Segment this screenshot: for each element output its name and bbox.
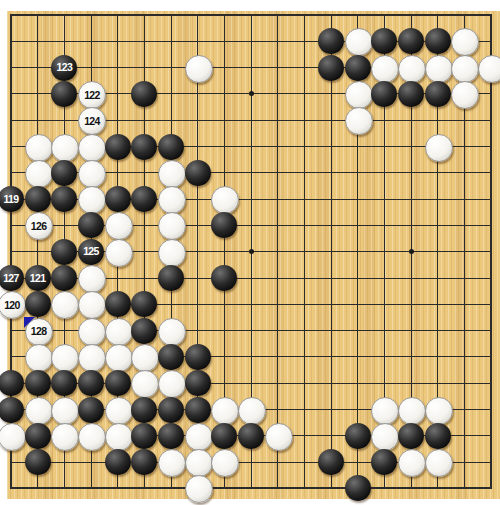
white-stone[interactable] (478, 55, 500, 83)
white-stone[interactable] (25, 160, 53, 188)
black-stone[interactable] (78, 370, 104, 396)
white-stone[interactable] (25, 397, 53, 425)
black-stone[interactable] (51, 239, 77, 265)
black-stone[interactable]: 121 (25, 265, 51, 291)
white-stone[interactable] (25, 134, 53, 162)
white-stone[interactable] (78, 160, 106, 188)
black-stone[interactable] (185, 397, 211, 423)
white-stone[interactable] (425, 55, 453, 83)
white-stone[interactable] (78, 318, 106, 346)
move-number-label: 119 (3, 194, 18, 205)
move-number-label: 120 (4, 300, 20, 311)
white-stone[interactable] (78, 344, 106, 372)
black-stone[interactable] (131, 134, 157, 160)
white-stone[interactable] (78, 134, 106, 162)
white-stone[interactable] (105, 239, 133, 267)
black-stone[interactable] (185, 344, 211, 370)
black-stone[interactable] (51, 160, 77, 186)
move-number-label: 125 (83, 246, 99, 257)
white-stone[interactable] (425, 397, 453, 425)
go-diagram-page: 123122124119126125127121120128 (0, 0, 500, 505)
white-stone[interactable] (158, 239, 186, 267)
black-stone[interactable] (425, 81, 451, 107)
white-stone[interactable] (425, 134, 453, 162)
black-stone[interactable] (318, 449, 344, 475)
black-stone[interactable] (211, 423, 237, 449)
black-stone[interactable] (158, 344, 184, 370)
white-stone[interactable] (398, 397, 426, 425)
white-stone[interactable] (78, 265, 106, 293)
white-stone[interactable] (158, 370, 186, 398)
black-stone[interactable] (25, 291, 51, 317)
white-stone[interactable] (371, 423, 399, 451)
star-point (249, 249, 254, 254)
black-stone[interactable] (25, 423, 51, 449)
last-move-triangle-marker (24, 317, 35, 328)
star-point (249, 91, 254, 96)
white-stone[interactable]: 126 (25, 212, 53, 240)
black-stone[interactable] (345, 475, 371, 501)
white-stone[interactable] (105, 423, 133, 451)
black-stone[interactable] (185, 160, 211, 186)
white-stone[interactable] (345, 28, 373, 56)
black-stone[interactable] (131, 423, 157, 449)
white-stone[interactable] (451, 55, 479, 83)
move-number-label: 124 (84, 116, 100, 127)
white-stone[interactable] (185, 423, 213, 451)
black-stone[interactable] (105, 449, 131, 475)
white-stone[interactable] (158, 160, 186, 188)
white-stone[interactable] (105, 397, 133, 425)
black-stone[interactable] (78, 397, 104, 423)
white-stone[interactable] (105, 212, 133, 240)
white-stone[interactable] (238, 397, 266, 425)
white-stone[interactable] (425, 449, 453, 477)
white-stone[interactable] (158, 449, 186, 477)
star-point (409, 249, 414, 254)
black-stone[interactable] (158, 423, 184, 449)
grid-hline (10, 487, 492, 489)
move-number-label: 122 (84, 90, 100, 101)
move-number-label: 127 (3, 273, 19, 284)
black-stone[interactable] (25, 186, 51, 212)
white-stone[interactable] (51, 423, 79, 451)
white-stone[interactable] (51, 134, 79, 162)
black-stone[interactable] (131, 318, 157, 344)
grid-hline (10, 14, 492, 16)
black-stone[interactable] (425, 423, 451, 449)
black-stone[interactable] (0, 397, 24, 423)
black-stone[interactable] (25, 449, 51, 475)
white-stone[interactable]: 122 (78, 81, 106, 109)
white-stone[interactable] (78, 186, 106, 214)
black-stone[interactable] (398, 81, 424, 107)
white-stone[interactable] (398, 55, 426, 83)
white-stone[interactable] (158, 318, 186, 346)
black-stone[interactable] (345, 55, 371, 81)
white-stone[interactable] (185, 475, 213, 503)
black-stone[interactable] (105, 186, 131, 212)
black-stone[interactable] (105, 291, 131, 317)
black-stone[interactable] (105, 370, 131, 396)
white-stone[interactable] (105, 344, 133, 372)
black-stone[interactable] (425, 28, 451, 54)
white-stone[interactable] (371, 397, 399, 425)
black-stone[interactable] (398, 423, 424, 449)
black-stone[interactable]: 125 (78, 239, 104, 265)
black-stone[interactable]: 123 (51, 55, 77, 81)
white-stone[interactable] (345, 81, 373, 109)
white-stone[interactable] (51, 397, 79, 425)
black-stone[interactable] (318, 55, 344, 81)
black-stone[interactable] (25, 370, 51, 396)
white-stone[interactable] (371, 55, 399, 83)
white-stone[interactable]: 124 (78, 107, 106, 135)
move-number-label: 126 (31, 221, 47, 232)
black-stone[interactable] (345, 423, 371, 449)
move-number-label: 123 (56, 62, 72, 73)
white-stone[interactable] (158, 186, 186, 214)
white-stone[interactable] (78, 423, 106, 451)
white-stone[interactable] (0, 423, 26, 451)
white-stone[interactable] (185, 449, 213, 477)
move-number-label: 128 (31, 326, 47, 337)
black-stone[interactable] (158, 397, 184, 423)
white-stone[interactable] (185, 55, 213, 83)
white-stone[interactable] (105, 318, 133, 346)
black-stone[interactable] (185, 370, 211, 396)
white-stone[interactable] (345, 107, 373, 135)
white-stone[interactable] (211, 397, 239, 425)
black-stone[interactable] (131, 397, 157, 423)
white-stone[interactable] (265, 423, 293, 451)
black-stone[interactable] (158, 265, 184, 291)
move-number-label: 121 (30, 273, 46, 284)
black-stone[interactable] (105, 134, 131, 160)
white-stone[interactable] (25, 344, 53, 372)
white-stone[interactable] (398, 449, 426, 477)
black-stone[interactable] (158, 134, 184, 160)
black-stone[interactable] (238, 423, 264, 449)
